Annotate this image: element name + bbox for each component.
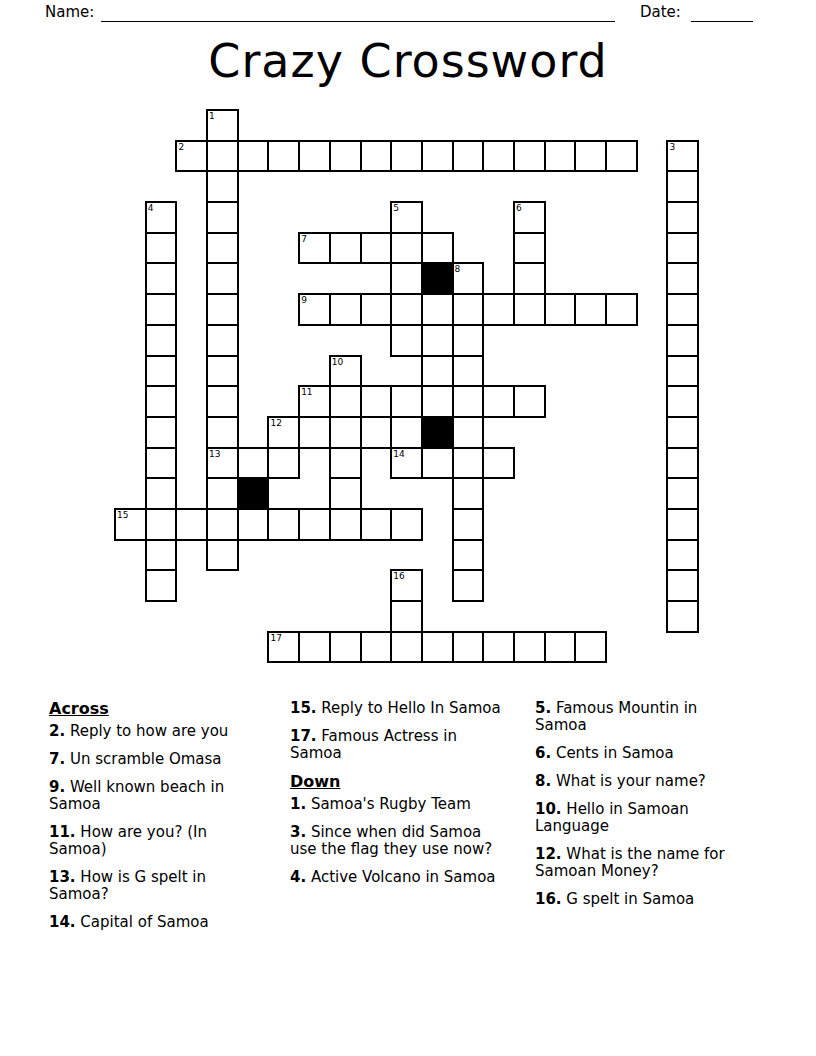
grid-cell[interactable]: [421, 447, 454, 480]
grid-cell[interactable]: [206, 293, 239, 326]
grid-cell[interactable]: [452, 447, 485, 480]
grid-cell[interactable]: [390, 293, 423, 326]
grid-cell[interactable]: [513, 232, 546, 265]
grid-cell[interactable]: [329, 140, 362, 173]
grid-cell[interactable]: [206, 539, 239, 572]
clue-item: 3. Since when did Samoa use the flag the…: [290, 824, 508, 858]
grid-cell[interactable]: [206, 385, 239, 418]
grid-cell[interactable]: [513, 140, 546, 173]
clue-number: 3.: [290, 823, 306, 841]
grid-cell[interactable]: [482, 140, 515, 173]
grid-cell[interactable]: [267, 508, 300, 541]
clue-item: 2. Reply to how are you: [49, 723, 267, 740]
grid-cell[interactable]: [390, 324, 423, 357]
grid-cell[interactable]: [544, 293, 577, 326]
grid-cell[interactable]: 4: [145, 201, 178, 234]
grid-cell[interactable]: [574, 631, 607, 664]
date-blank-line: [691, 2, 753, 22]
grid-cell[interactable]: [267, 447, 300, 480]
clue-item: 1. Samoa's Rugby Team: [290, 796, 508, 813]
grid-cell[interactable]: [452, 539, 485, 572]
grid-cell[interactable]: [421, 232, 454, 265]
grid-cell[interactable]: 1: [206, 109, 239, 142]
grid-cell[interactable]: [298, 140, 331, 173]
clue-number: 11.: [49, 823, 76, 841]
grid-cell[interactable]: [390, 232, 423, 265]
clue-number: 1.: [290, 795, 306, 813]
grid-cell[interactable]: [145, 569, 178, 602]
grid-cell[interactable]: [452, 385, 485, 418]
cell-number: 16: [393, 571, 404, 581]
clue-number: 10.: [535, 800, 562, 818]
clue-text: Since when did Samoa use the flag they u…: [290, 823, 492, 858]
clue-number: 5.: [535, 699, 551, 717]
grid-cell[interactable]: [360, 293, 393, 326]
grid-cell[interactable]: [452, 416, 485, 449]
grid-cell[interactable]: [145, 508, 178, 541]
clue-item: 7. Un scramble Omasa: [49, 751, 267, 768]
black-cell: [421, 262, 454, 295]
grid-cell[interactable]: [390, 508, 423, 541]
grid-cell[interactable]: 11: [298, 385, 331, 418]
clue-number: 14.: [49, 913, 76, 931]
cell-number: 2: [178, 142, 184, 152]
grid-cell[interactable]: [513, 631, 546, 664]
grid-cell[interactable]: 2: [175, 140, 208, 173]
grid-cell[interactable]: [666, 569, 699, 602]
grid-cell[interactable]: [605, 140, 638, 173]
grid-cell[interactable]: [452, 140, 485, 173]
grid-cell[interactable]: [206, 232, 239, 265]
grid-cell[interactable]: [666, 385, 699, 418]
grid-cell[interactable]: [145, 447, 178, 480]
grid-cell[interactable]: [267, 140, 300, 173]
grid-cell[interactable]: [206, 140, 239, 173]
clue-item: 9. Well known beach in Samoa: [49, 779, 267, 813]
cell-number: 1: [209, 111, 215, 121]
clue-text: Reply to how are you: [65, 722, 228, 740]
grid-cell[interactable]: 6: [513, 201, 546, 234]
clue-item: 8. What is your name?: [535, 773, 749, 790]
grid-cell[interactable]: [390, 140, 423, 173]
clue-text: Active Volcano in Samoa: [306, 868, 495, 886]
grid-cell[interactable]: [482, 293, 515, 326]
grid-cell[interactable]: [544, 140, 577, 173]
cell-number: 4: [148, 203, 154, 213]
grid-cell[interactable]: [605, 293, 638, 326]
grid-cell[interactable]: [513, 262, 546, 295]
grid-cell[interactable]: [145, 416, 178, 449]
clue-item: 5. Famous Mountin in Samoa: [535, 700, 749, 734]
grid-cell[interactable]: 17: [267, 631, 300, 664]
cell-number: 17: [270, 633, 281, 643]
grid-cell[interactable]: [329, 385, 362, 418]
grid-cell[interactable]: [452, 324, 485, 357]
grid-cell[interactable]: [390, 262, 423, 295]
clue-text: G spelt in Samoa: [562, 890, 695, 908]
grid-cell[interactable]: 5: [390, 201, 423, 234]
clue-number: 7.: [49, 750, 65, 768]
grid-cell[interactable]: [145, 385, 178, 418]
clue-item: 17. Famous Actress in Samoa: [290, 728, 508, 762]
grid-cell[interactable]: [145, 324, 178, 357]
clue-item: 16. G spelt in Samoa: [535, 891, 749, 908]
grid-cell[interactable]: [421, 355, 454, 388]
grid-cell[interactable]: [666, 324, 699, 357]
grid-cell[interactable]: [421, 324, 454, 357]
cell-number: 3: [669, 142, 675, 152]
grid-cell[interactable]: [206, 508, 239, 541]
grid-cell[interactable]: [360, 508, 393, 541]
grid-cell[interactable]: [360, 232, 393, 265]
clue-item: 15. Reply to Hello In Samoa: [290, 700, 508, 717]
cell-number: 7: [301, 234, 307, 244]
clue-list-header: Down: [290, 773, 508, 790]
grid-cell[interactable]: [298, 416, 331, 449]
grid-cell[interactable]: 3: [666, 140, 699, 173]
grid-cell[interactable]: [175, 508, 208, 541]
crossword-worksheet: { "game": "crossword", "header": { "name…: [0, 0, 816, 1056]
grid-cell[interactable]: 12: [267, 416, 300, 449]
clue-column-2: 15. Reply to Hello In Samoa17. Famous Ac…: [290, 700, 508, 897]
grid-cell[interactable]: 7: [298, 232, 331, 265]
grid-cell[interactable]: [390, 385, 423, 418]
clue-list-header: Across: [49, 700, 267, 717]
grid-cell[interactable]: [390, 416, 423, 449]
clue-number: 17.: [290, 727, 317, 745]
clue-number: 8.: [535, 772, 551, 790]
cell-number: 5: [393, 203, 399, 213]
grid-cell[interactable]: 9: [298, 293, 331, 326]
grid-cell[interactable]: [513, 385, 546, 418]
grid-cell[interactable]: [145, 262, 178, 295]
clue-number: 16.: [535, 890, 562, 908]
grid-cell[interactable]: [206, 262, 239, 295]
name-blank-line: [101, 2, 615, 22]
grid-cell[interactable]: 14: [390, 447, 423, 480]
clue-number: 2.: [49, 722, 65, 740]
grid-cell[interactable]: [666, 293, 699, 326]
grid-cell[interactable]: [206, 355, 239, 388]
grid-cell[interactable]: [452, 569, 485, 602]
grid-cell[interactable]: [666, 232, 699, 265]
grid-cell[interactable]: [237, 508, 270, 541]
grid-cell[interactable]: [206, 201, 239, 234]
cell-number: 12: [270, 418, 281, 428]
grid-cell[interactable]: [145, 293, 178, 326]
grid-cell[interactable]: [421, 631, 454, 664]
grid-cell[interactable]: [237, 140, 270, 173]
cell-number: 6: [516, 203, 522, 213]
grid-cell[interactable]: [666, 508, 699, 541]
clue-item: 11. How are you? (In Samoa): [49, 824, 267, 858]
grid-cell[interactable]: [666, 416, 699, 449]
grid-cell[interactable]: [574, 140, 607, 173]
clue-number: 12.: [535, 845, 562, 863]
cell-number: 13: [209, 449, 220, 459]
grid-cell[interactable]: [329, 416, 362, 449]
clue-text: Famous Mountin in Samoa: [535, 699, 697, 734]
grid-cell[interactable]: [666, 477, 699, 510]
black-cell: [237, 477, 270, 510]
clue-text: Reply to Hello In Samoa: [317, 699, 501, 717]
cell-number: 9: [301, 295, 307, 305]
grid-cell[interactable]: [206, 324, 239, 357]
black-cell: [421, 416, 454, 449]
grid-cell[interactable]: [145, 477, 178, 510]
clue-number: 15.: [290, 699, 317, 717]
clue-item: 10. Hello in Samoan Language: [535, 801, 749, 835]
grid-cell[interactable]: [329, 293, 362, 326]
cell-number: 8: [455, 264, 461, 274]
grid-cell[interactable]: [206, 477, 239, 510]
grid-cell[interactable]: [666, 355, 699, 388]
clue-number: 13.: [49, 868, 76, 886]
grid-cell[interactable]: [360, 416, 393, 449]
grid-cell[interactable]: [298, 508, 331, 541]
grid-cell[interactable]: [544, 631, 577, 664]
cell-number: 10: [332, 357, 343, 367]
grid-cell[interactable]: [666, 539, 699, 572]
grid-cell[interactable]: [360, 140, 393, 173]
clue-item: 13. How is G spelt in Samoa?: [49, 869, 267, 903]
clue-item: 4. Active Volcano in Samoa: [290, 869, 508, 886]
grid-cell[interactable]: [329, 477, 362, 510]
cell-number: 15: [117, 510, 128, 520]
grid-cell[interactable]: [329, 232, 362, 265]
clue-text: Samoa's Rugby Team: [306, 795, 471, 813]
grid-cell[interactable]: [145, 232, 178, 265]
clue-item: 14. Capital of Samoa: [49, 914, 267, 931]
grid-cell[interactable]: 8: [452, 262, 485, 295]
grid-cell[interactable]: [329, 631, 362, 664]
grid-cell[interactable]: [360, 385, 393, 418]
grid-cell[interactable]: [145, 539, 178, 572]
grid-cell[interactable]: [421, 293, 454, 326]
grid-cell[interactable]: [482, 631, 515, 664]
name-label: Name:: [45, 3, 94, 21]
clue-column-3: 5. Famous Mountin in Samoa6. Cents in Sa…: [535, 700, 749, 919]
date-label: Date:: [640, 3, 681, 21]
grid-cell[interactable]: [206, 170, 239, 203]
clue-column-1: Across2. Reply to how are you7. Un scram…: [49, 700, 267, 942]
clue-text: Capital of Samoa: [76, 913, 209, 931]
grid-cell[interactable]: 15: [114, 508, 147, 541]
grid-cell[interactable]: [421, 385, 454, 418]
grid-cell[interactable]: [237, 447, 270, 480]
cell-number: 11: [301, 387, 312, 397]
grid-cell[interactable]: [482, 447, 515, 480]
grid-cell[interactable]: [298, 631, 331, 664]
grid-cell[interactable]: [666, 600, 699, 633]
grid-cell[interactable]: [666, 262, 699, 295]
crossword-grid: 1234567891011121314151617: [115, 110, 698, 662]
grid-cell[interactable]: 13: [206, 447, 239, 480]
grid-cell[interactable]: [452, 477, 485, 510]
clue-number: 6.: [535, 744, 551, 762]
clue-text: Cents in Samoa: [551, 744, 674, 762]
grid-cell[interactable]: [329, 447, 362, 480]
grid-cell[interactable]: [666, 170, 699, 203]
grid-cell[interactable]: [421, 140, 454, 173]
grid-cell[interactable]: [390, 631, 423, 664]
grid-cell[interactable]: [513, 293, 546, 326]
grid-cell[interactable]: [390, 600, 423, 633]
grid-cell[interactable]: [452, 293, 485, 326]
cell-number: 14: [393, 449, 404, 459]
grid-cell[interactable]: [360, 631, 393, 664]
grid-cell[interactable]: [452, 355, 485, 388]
grid-cell[interactable]: [452, 631, 485, 664]
clue-item: 12. What is the name for Samoan Money?: [535, 846, 749, 880]
clue-number: 4.: [290, 868, 306, 886]
puzzle-title: Crazy Crossword: [0, 34, 816, 88]
grid-cell[interactable]: 10: [329, 355, 362, 388]
grid-cell[interactable]: [666, 201, 699, 234]
grid-cell[interactable]: [482, 385, 515, 418]
clue-item: 6. Cents in Samoa: [535, 745, 749, 762]
clue-text: Un scramble Omasa: [65, 750, 221, 768]
grid-cell[interactable]: [329, 508, 362, 541]
clue-text: What is your name?: [551, 772, 706, 790]
grid-cell[interactable]: [574, 293, 607, 326]
grid-cell[interactable]: [666, 447, 699, 480]
clue-number: 9.: [49, 778, 65, 796]
clue-text: Well known beach in Samoa: [49, 778, 224, 813]
clue-text: What is the name for Samoan Money?: [535, 845, 725, 880]
grid-cell[interactable]: [206, 416, 239, 449]
grid-cell[interactable]: [452, 508, 485, 541]
grid-cell[interactable]: 16: [390, 569, 423, 602]
grid-cell[interactable]: [145, 355, 178, 388]
